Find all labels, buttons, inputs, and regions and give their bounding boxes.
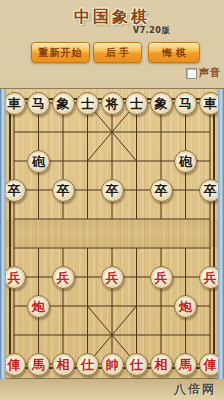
restart-button[interactable]: 重新开始 (31, 42, 90, 63)
app-title: 中国象棋 (0, 7, 224, 28)
undo-move-button[interactable]: 悔 棋 (148, 42, 200, 63)
board-frame-left (0, 89, 6, 379)
play-second-button[interactable]: 后 手 (93, 42, 142, 63)
piece-black-士[interactable]: 士 (125, 92, 148, 115)
piece-red-兵[interactable]: 兵 (150, 266, 173, 289)
piece-black-将[interactable]: 将 (101, 92, 124, 115)
piece-red-馬[interactable]: 馬 (174, 353, 197, 376)
piece-red-炮[interactable]: 炮 (27, 295, 50, 318)
xiangqi-app: 中国象棋 V7.20版 重新开始 后 手 悔 棋 声音 車马象士将士象马車砲砲卒… (0, 0, 224, 400)
piece-black-士[interactable]: 士 (76, 92, 99, 115)
version-label: V7.20版 (133, 25, 170, 36)
piece-black-马[interactable]: 马 (174, 92, 197, 115)
board[interactable]: 車马象士将士象马車砲砲卒卒卒卒卒兵兵兵兵兵炮炮俥馬相仕帥仕相馬俥 (0, 88, 224, 378)
piece-black-象[interactable]: 象 (150, 92, 173, 115)
piece-red-兵[interactable]: 兵 (52, 266, 75, 289)
piece-black-卒[interactable]: 卒 (101, 179, 124, 202)
piece-black-砲[interactable]: 砲 (174, 150, 197, 173)
footer-bar: 八倍网 (0, 378, 224, 400)
piece-red-兵[interactable]: 兵 (101, 266, 124, 289)
piece-black-砲[interactable]: 砲 (27, 150, 50, 173)
piece-black-象[interactable]: 象 (52, 92, 75, 115)
piece-red-帥[interactable]: 帥 (101, 353, 124, 376)
sound-label: 声音 (199, 66, 221, 80)
piece-black-马[interactable]: 马 (27, 92, 50, 115)
piece-red-仕[interactable]: 仕 (125, 353, 148, 376)
piece-black-卒[interactable]: 卒 (150, 179, 173, 202)
board-grid (0, 89, 224, 379)
piece-red-仕[interactable]: 仕 (76, 353, 99, 376)
board-frame-right (218, 89, 224, 379)
sound-checkbox[interactable] (186, 68, 197, 79)
header: 中国象棋 V7.20版 重新开始 后 手 悔 棋 声音 (0, 0, 224, 88)
piece-red-相[interactable]: 相 (52, 353, 75, 376)
piece-red-馬[interactable]: 馬 (27, 353, 50, 376)
piece-red-相[interactable]: 相 (150, 353, 173, 376)
piece-red-炮[interactable]: 炮 (174, 295, 197, 318)
watermark-text: 八倍网 (174, 381, 216, 398)
piece-black-卒[interactable]: 卒 (52, 179, 75, 202)
